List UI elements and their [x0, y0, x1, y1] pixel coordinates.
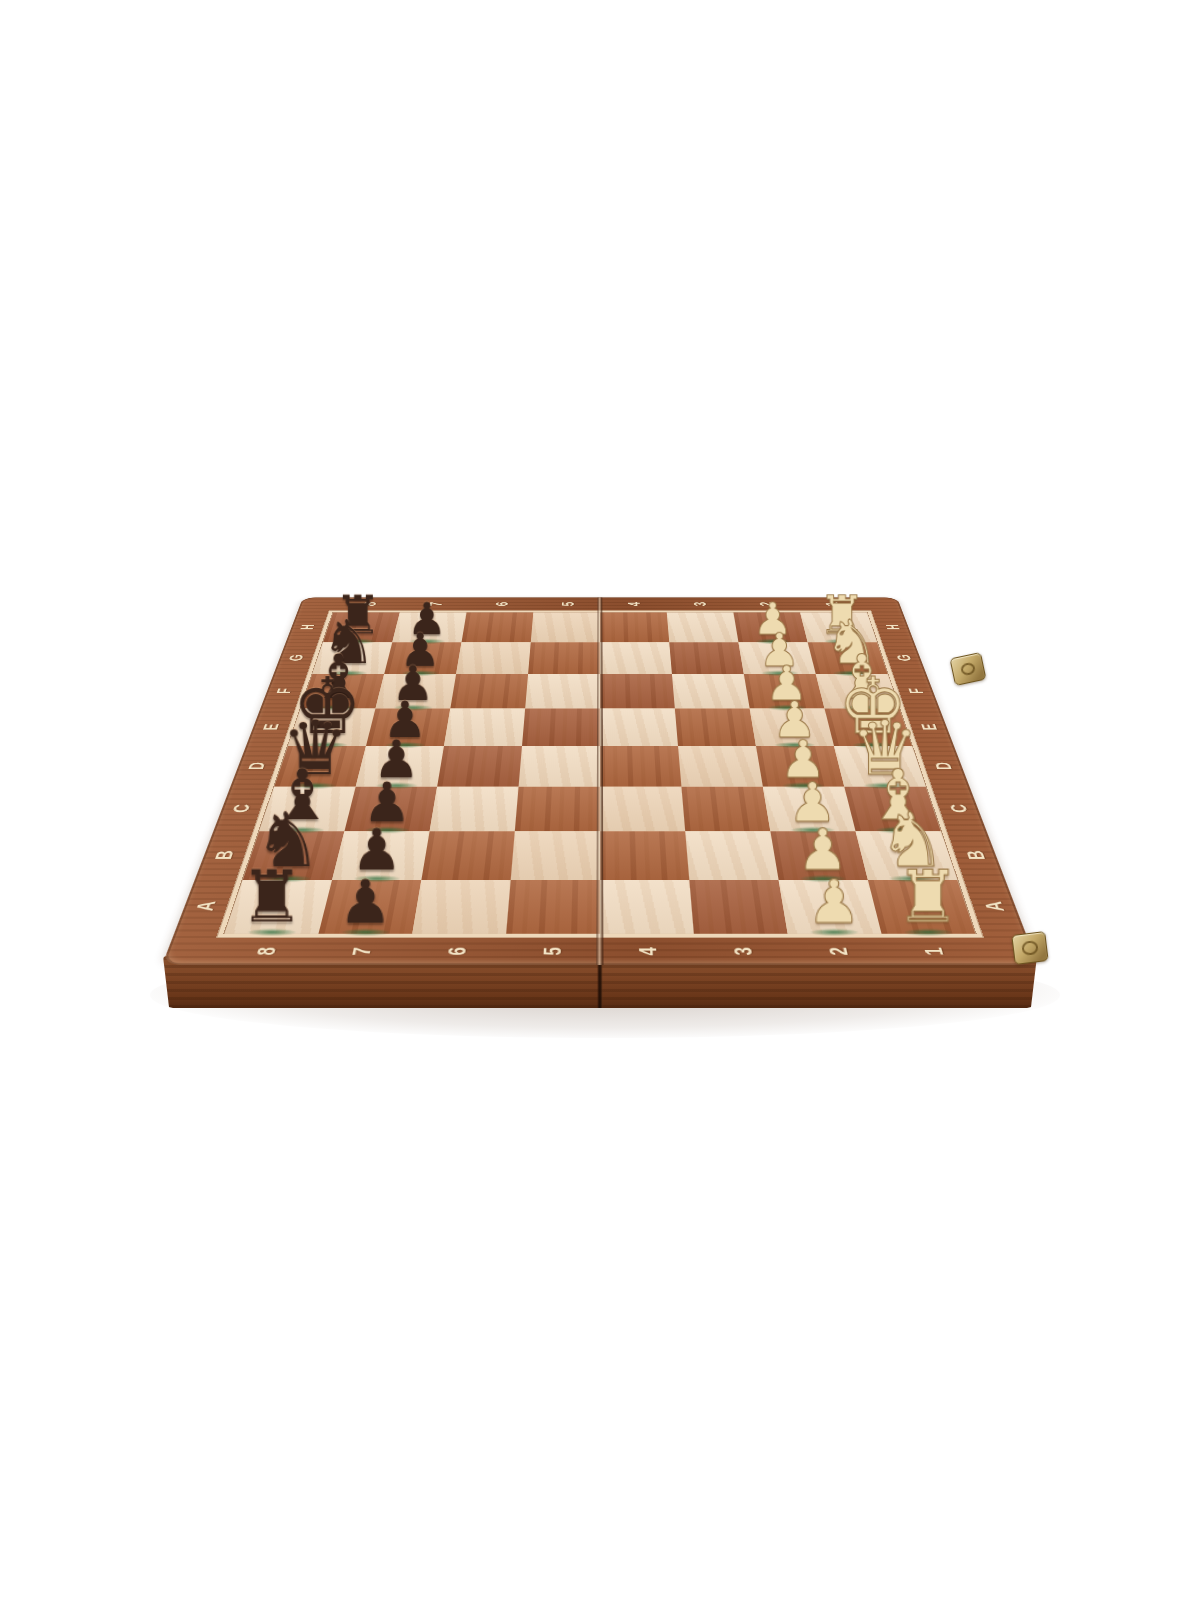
- square-d3[interactable]: [678, 746, 763, 787]
- piece-white-rook-a1[interactable]: ♜: [881, 860, 975, 932]
- square-a1[interactable]: ♜: [868, 880, 975, 934]
- square-f4[interactable]: [600, 674, 675, 709]
- square-a3[interactable]: [689, 880, 787, 934]
- rank-label-6: 6: [488, 590, 514, 618]
- file-label-f: F: [877, 685, 955, 697]
- square-c4[interactable]: [600, 787, 685, 831]
- square-b5[interactable]: [511, 831, 600, 880]
- board-frame: 87654321 87654321 HGFEDCBA HGFEDCBA ♜♟♟♜…: [162, 597, 1038, 964]
- square-e6[interactable]: [444, 709, 525, 746]
- square-c6[interactable]: [430, 787, 519, 831]
- square-c3[interactable]: [681, 787, 770, 831]
- square-a7[interactable]: ♟: [318, 880, 421, 934]
- square-a6[interactable]: [412, 880, 510, 934]
- square-f3[interactable]: [672, 674, 750, 709]
- square-d4[interactable]: [600, 746, 681, 787]
- square-b6[interactable]: [421, 831, 514, 880]
- square-a2[interactable]: ♟: [779, 880, 882, 934]
- rank-label-5: 5: [555, 590, 579, 618]
- square-a8[interactable]: ♜: [225, 880, 332, 934]
- rank-label-4: 4: [621, 590, 645, 618]
- square-a5[interactable]: [506, 880, 600, 934]
- square-g5[interactable]: [528, 642, 600, 674]
- square-d6[interactable]: [437, 746, 522, 787]
- piece-black-rook-a8[interactable]: ♜: [225, 860, 319, 932]
- brass-latch-icon: [949, 652, 986, 686]
- square-f6[interactable]: [450, 674, 528, 709]
- square-g3[interactable]: [669, 642, 744, 674]
- square-g4[interactable]: [600, 642, 672, 674]
- brass-latch-icon: [1011, 931, 1048, 965]
- square-c5[interactable]: [515, 787, 600, 831]
- file-label-h: H: [857, 622, 929, 633]
- square-a4[interactable]: [600, 880, 694, 934]
- rank-label-3: 3: [686, 590, 712, 618]
- square-e3[interactable]: [675, 709, 756, 746]
- square-e4[interactable]: [600, 709, 678, 746]
- square-f5[interactable]: [525, 674, 600, 709]
- square-d5[interactable]: [519, 746, 600, 787]
- chess-board: 87654321 87654321 HGFEDCBA HGFEDCBA ♜♟♟♜…: [162, 597, 1038, 964]
- square-b3[interactable]: [685, 831, 778, 880]
- piece-white-pawn-a2[interactable]: ♟: [787, 872, 881, 932]
- piece-black-pawn-a7[interactable]: ♟: [319, 872, 413, 932]
- file-label-g: G: [258, 652, 333, 663]
- file-label-g: G: [867, 652, 942, 663]
- product-photo: 87654321 87654321 HGFEDCBA HGFEDCBA ♜♟♟♜…: [0, 0, 1200, 1600]
- file-label-h: H: [271, 622, 343, 633]
- square-e5[interactable]: [522, 709, 600, 746]
- file-label-f: F: [245, 685, 323, 697]
- square-b4[interactable]: [600, 831, 689, 880]
- square-g6[interactable]: [456, 642, 531, 674]
